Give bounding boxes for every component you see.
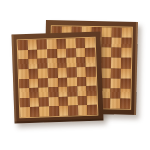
board-square [38,78,48,88]
board-square [56,39,66,49]
board-square [75,38,85,48]
board-square [111,68,121,78]
board-square [86,57,96,67]
board-square [66,38,76,48]
board-square [49,97,59,107]
board-square [66,58,76,68]
board-square [101,58,111,68]
board-square [121,58,131,68]
board-inlay-border [17,37,99,119]
board-square [86,76,96,86]
board-grid [18,38,98,118]
board-square [77,76,87,86]
board-square [111,78,121,88]
board-square [18,40,28,50]
product-photo-scene [0,0,150,150]
front-chessboard [11,31,103,123]
board-square [111,48,121,58]
board-square [20,98,30,108]
board-square [76,57,86,67]
board-square [68,96,78,106]
board-square [28,49,38,59]
board-square [19,69,29,79]
board-square [67,86,77,96]
board-square [38,59,48,69]
board-square [49,106,59,116]
board-square [122,28,132,38]
board-square [30,107,40,117]
board-square [112,27,122,37]
board-square [18,59,28,69]
board-square [28,59,38,69]
board-square [85,38,95,48]
board-square [37,49,47,59]
board-square [47,58,57,68]
board-square [85,47,95,57]
board-square [29,78,39,88]
board-square [87,95,97,105]
board-square [77,96,87,106]
board-square [120,98,130,108]
board-square [47,49,57,59]
board-square [87,105,97,115]
board-square [48,68,58,78]
board-square [19,88,29,98]
board-square [48,78,58,88]
board-square [102,27,112,37]
board-square [101,68,111,78]
board-square [58,96,68,106]
board-square [121,78,131,88]
board-square [57,68,67,78]
board-square [76,48,86,58]
board-square [121,38,131,48]
board-square [76,67,86,77]
board-square [48,87,58,97]
board-square [29,97,39,107]
board-frame [11,31,103,123]
board-square [59,106,69,116]
board-square [39,97,49,107]
board-square [20,107,30,117]
board-square [120,88,130,98]
board-square [19,79,29,89]
board-square [101,47,111,57]
board-square [68,106,78,116]
board-square [121,68,131,78]
board-square [111,38,121,48]
board-square [58,77,68,87]
board-square [67,77,77,87]
board-square [28,69,38,79]
board-square [39,87,49,97]
board-square [87,86,97,96]
board-square [121,48,131,58]
board-square [86,67,96,77]
board-square [78,105,88,115]
board-square [47,39,57,49]
board-square [29,88,39,98]
board-square [37,39,47,49]
board-square [18,50,28,60]
board-square [58,87,68,97]
board-square [67,67,77,77]
board-square [38,68,48,78]
board-square [39,107,49,117]
board-square [111,58,121,68]
board-square [110,98,120,108]
board-square [110,88,120,98]
board-square [101,37,111,47]
board-square [57,58,67,68]
board-square [77,86,87,96]
board-square [56,48,66,58]
board-square [66,48,76,58]
board-square [27,40,37,50]
